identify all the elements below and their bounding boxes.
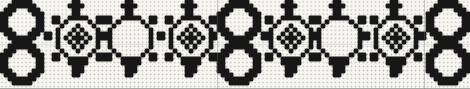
stitch-run — [321, 24, 325, 28]
stitch-run — [414, 57, 422, 61]
stitch-run — [185, 44, 189, 48]
stitch-run — [394, 49, 398, 53]
stitch-run — [201, 36, 205, 40]
stitch-run — [390, 73, 398, 77]
stitch-run — [44, 36, 52, 40]
stitch-run — [378, 49, 382, 53]
stitch-run — [80, 44, 84, 48]
stitch-run — [96, 20, 112, 24]
stitch-run — [185, 73, 193, 77]
stitch-run — [149, 57, 157, 61]
stitch-run — [281, 16, 301, 20]
stitch-run — [8, 44, 36, 48]
stitch-run — [245, 49, 257, 53]
stitch-run — [358, 20, 366, 24]
stitch-run — [225, 44, 253, 48]
stitch-run — [201, 53, 205, 57]
stitch-run — [398, 44, 402, 48]
stitch-run — [454, 49, 466, 53]
stitch-run — [325, 20, 329, 24]
stitch-run — [273, 49, 277, 53]
stitch-run — [125, 73, 133, 77]
stitch-run — [438, 81, 458, 85]
stitch-run — [205, 49, 209, 53]
stitch-run — [293, 44, 297, 48]
stitch-run — [349, 20, 353, 24]
stitch-run — [285, 44, 289, 48]
stitch-run — [354, 49, 358, 53]
stitch-run — [149, 44, 153, 48]
stitch-run — [229, 81, 249, 85]
stitch-run — [76, 49, 80, 53]
stitch-run — [28, 49, 40, 53]
scanned-pattern-chart — [0, 0, 470, 89]
stitch-run — [269, 44, 273, 48]
stitch-run — [221, 49, 233, 53]
stitch-run — [277, 53, 281, 57]
stitch-run — [116, 53, 120, 57]
stitch-run — [265, 20, 273, 24]
stitch-run — [333, 73, 341, 77]
stitch-run — [325, 53, 329, 57]
stitch-run — [60, 49, 64, 53]
scan-artifact-line — [424, 0, 425, 89]
stitch-run — [149, 20, 157, 24]
stitch-run — [434, 44, 462, 48]
stitch-run — [309, 44, 313, 48]
stitch-run — [84, 40, 88, 44]
stitch-run — [121, 16, 141, 20]
scan-artifact-line — [217, 0, 218, 89]
stitch-run — [64, 20, 68, 24]
stitch-run — [406, 36, 410, 40]
stitch-run — [112, 49, 116, 53]
stitch-run — [358, 44, 362, 48]
stitch-run — [52, 57, 60, 61]
stitch-run — [273, 24, 277, 28]
stitch-run — [92, 49, 96, 53]
stitch-run — [390, 44, 394, 48]
stitch-run — [64, 53, 68, 57]
stitch-run — [386, 16, 406, 20]
stitch-run — [378, 24, 382, 28]
stitch-run — [96, 57, 112, 61]
stitch-run — [88, 53, 92, 57]
stitch-run — [157, 36, 165, 40]
stitch-run — [370, 57, 378, 61]
stitch-run — [12, 81, 32, 85]
stitch-run — [173, 24, 177, 28]
stitch-run — [309, 20, 321, 24]
stitch-run — [116, 20, 120, 24]
stitch-run — [382, 53, 386, 57]
stitch-run — [68, 16, 88, 20]
stitch-run — [189, 49, 193, 53]
stitch-run — [301, 36, 305, 40]
stitch-run — [145, 49, 149, 53]
stitch-run — [177, 20, 181, 24]
stitch-run — [349, 53, 353, 57]
stitch-run — [410, 49, 414, 53]
stitch-run — [173, 49, 177, 53]
stitch-run — [72, 44, 76, 48]
stitch-run — [56, 44, 60, 48]
stitch-run — [181, 16, 201, 20]
stitch-run — [277, 20, 281, 24]
stitch-run — [285, 73, 293, 77]
stitch-run — [297, 40, 301, 44]
stitch-run — [141, 53, 145, 57]
stitch-run — [406, 53, 410, 57]
stitch-run — [108, 44, 112, 48]
stitch-run — [374, 44, 378, 48]
stitch-run — [309, 57, 321, 61]
stitch-run — [301, 53, 305, 57]
stitch-run — [197, 40, 201, 44]
stitch-run — [88, 36, 92, 40]
stitch-run — [141, 20, 145, 24]
stitch-run — [430, 49, 442, 53]
stitch-run — [289, 49, 293, 53]
stitch-run — [169, 44, 173, 48]
stitch-run — [329, 16, 349, 20]
stitch-run — [96, 44, 100, 48]
stitch-run — [317, 44, 321, 48]
stitch-run — [321, 49, 325, 53]
stitch-run — [60, 24, 64, 28]
stitch-run — [165, 20, 173, 24]
stitch-run — [305, 49, 309, 53]
stitch-run — [112, 24, 116, 28]
stitch-run — [358, 57, 366, 61]
stitch-run — [52, 20, 60, 24]
stitch-run — [370, 20, 378, 24]
stitch-run — [354, 24, 358, 28]
stitch-run — [265, 57, 273, 61]
stitch-run — [414, 20, 422, 24]
stitch-run — [209, 44, 213, 48]
stitch-run — [4, 49, 16, 53]
scan-edge-line — [0, 88, 470, 89]
stitch-run — [72, 73, 80, 77]
stitch-run — [165, 57, 173, 61]
stitch-run — [145, 24, 149, 28]
stitch-run — [402, 40, 406, 44]
stitch-run — [193, 44, 197, 48]
stitch-run — [414, 44, 418, 48]
stitch-run — [382, 20, 386, 24]
stitch-run — [177, 53, 181, 57]
stitch-pattern-board — [0, 0, 470, 89]
